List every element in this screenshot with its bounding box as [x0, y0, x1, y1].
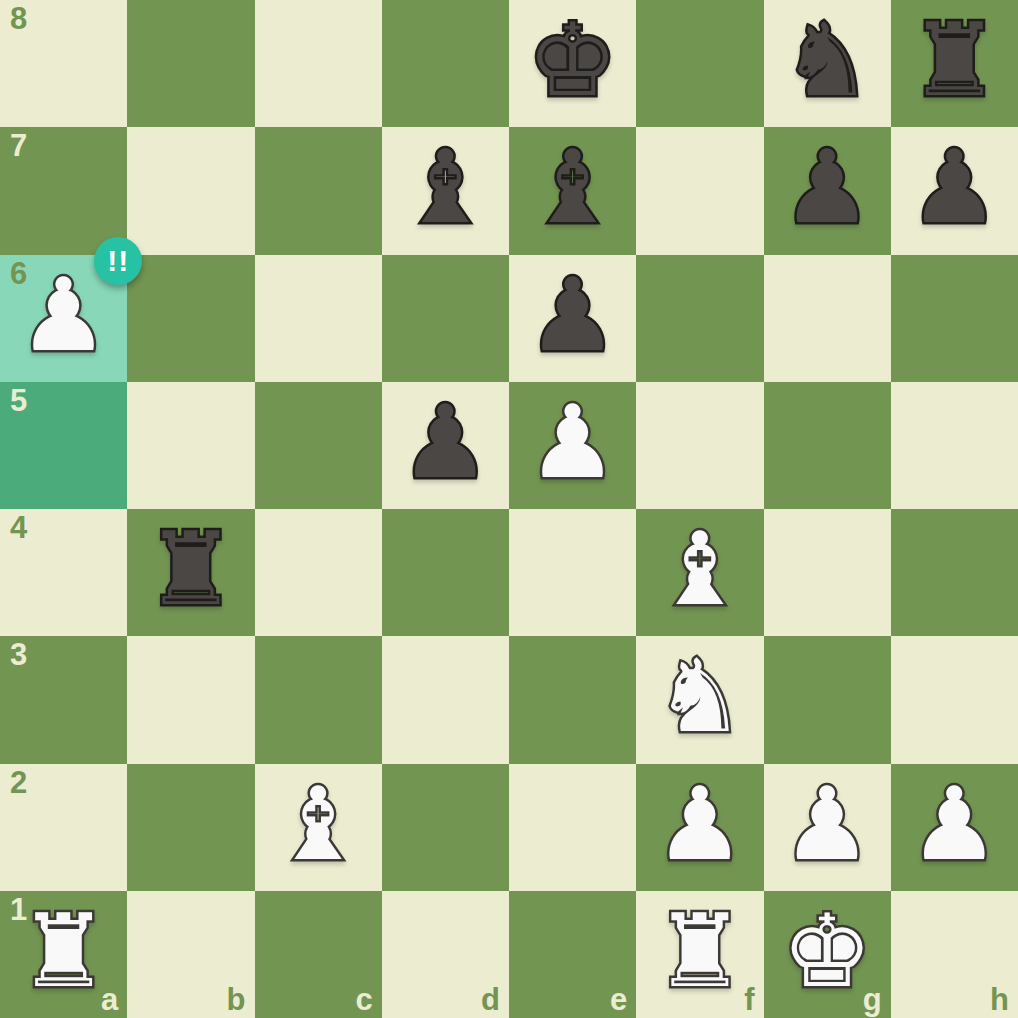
brilliant-move-badge: !! — [94, 237, 142, 285]
square-c5[interactable] — [255, 382, 382, 509]
square-c3[interactable] — [255, 636, 382, 763]
black-king[interactable]: ♚ — [527, 10, 618, 117]
square-g5[interactable] — [764, 382, 891, 509]
square-h4[interactable] — [891, 509, 1018, 636]
square-c7[interactable] — [255, 127, 382, 254]
white-rook[interactable]: ♜ — [18, 901, 109, 1008]
square-g1[interactable]: g♚ — [764, 891, 891, 1018]
square-b5[interactable] — [127, 382, 254, 509]
square-e1[interactable]: e — [509, 891, 636, 1018]
black-pawn[interactable]: ♟ — [782, 137, 873, 244]
square-h6[interactable] — [891, 255, 1018, 382]
white-rook[interactable]: ♜ — [655, 901, 746, 1008]
chess-board: 8♚♞♜7♝♝♟♟6♟!!♟5♟♟4♜♝3♞2♝♟♟♟1a♜bcdef♜g♚h — [0, 0, 1018, 1018]
square-b7[interactable] — [127, 127, 254, 254]
square-a2[interactable]: 2 — [0, 764, 127, 891]
square-g7[interactable]: ♟ — [764, 127, 891, 254]
square-b6[interactable] — [127, 255, 254, 382]
square-b1[interactable]: b — [127, 891, 254, 1018]
rank-label-7: 7 — [10, 130, 27, 161]
rank-label-4: 4 — [10, 512, 27, 543]
square-f6[interactable] — [636, 255, 763, 382]
square-g3[interactable] — [764, 636, 891, 763]
black-pawn[interactable]: ♟ — [527, 265, 618, 372]
square-f2[interactable]: ♟ — [636, 764, 763, 891]
square-c2[interactable]: ♝ — [255, 764, 382, 891]
square-h7[interactable]: ♟ — [891, 127, 1018, 254]
file-label-c: c — [356, 984, 373, 1015]
black-pawn[interactable]: ♟ — [400, 392, 491, 499]
square-h8[interactable]: ♜ — [891, 0, 1018, 127]
square-d5[interactable]: ♟ — [382, 382, 509, 509]
rank-label-2: 2 — [10, 767, 27, 798]
square-f5[interactable] — [636, 382, 763, 509]
white-pawn[interactable]: ♟ — [655, 774, 746, 881]
black-rook[interactable]: ♜ — [146, 519, 237, 626]
square-f1[interactable]: f♜ — [636, 891, 763, 1018]
rank-label-5: 5 — [10, 385, 27, 416]
square-a3[interactable]: 3 — [0, 636, 127, 763]
black-pawn[interactable]: ♟ — [909, 137, 1000, 244]
square-e5[interactable]: ♟ — [509, 382, 636, 509]
square-f3[interactable]: ♞ — [636, 636, 763, 763]
square-d8[interactable] — [382, 0, 509, 127]
square-c6[interactable] — [255, 255, 382, 382]
square-h2[interactable]: ♟ — [891, 764, 1018, 891]
file-label-e: e — [610, 984, 627, 1015]
square-e6[interactable]: ♟ — [509, 255, 636, 382]
square-b4[interactable]: ♜ — [127, 509, 254, 636]
square-b3[interactable] — [127, 636, 254, 763]
square-c1[interactable]: c — [255, 891, 382, 1018]
white-bishop[interactable]: ♝ — [655, 519, 746, 626]
square-f8[interactable] — [636, 0, 763, 127]
square-b8[interactable] — [127, 0, 254, 127]
black-bishop[interactable]: ♝ — [400, 137, 491, 244]
rank-label-8: 8 — [10, 3, 27, 34]
square-a8[interactable]: 8 — [0, 0, 127, 127]
black-rook[interactable]: ♜ — [909, 10, 1000, 117]
square-g2[interactable]: ♟ — [764, 764, 891, 891]
square-g8[interactable]: ♞ — [764, 0, 891, 127]
file-label-f: f — [744, 984, 754, 1015]
square-f4[interactable]: ♝ — [636, 509, 763, 636]
black-bishop[interactable]: ♝ — [527, 137, 618, 244]
square-a5[interactable]: 5 — [0, 382, 127, 509]
white-knight[interactable]: ♞ — [655, 646, 746, 753]
square-d1[interactable]: d — [382, 891, 509, 1018]
square-e4[interactable] — [509, 509, 636, 636]
square-a7[interactable]: 7 — [0, 127, 127, 254]
square-e8[interactable]: ♚ — [509, 0, 636, 127]
square-d4[interactable] — [382, 509, 509, 636]
square-d6[interactable] — [382, 255, 509, 382]
square-h5[interactable] — [891, 382, 1018, 509]
square-d7[interactable]: ♝ — [382, 127, 509, 254]
white-bishop[interactable]: ♝ — [273, 774, 364, 881]
file-label-d: d — [481, 984, 500, 1015]
square-f7[interactable] — [636, 127, 763, 254]
square-d2[interactable] — [382, 764, 509, 891]
square-d3[interactable] — [382, 636, 509, 763]
white-pawn[interactable]: ♟ — [18, 265, 109, 372]
square-a6[interactable]: 6♟!! — [0, 255, 127, 382]
file-label-b: b — [227, 984, 246, 1015]
square-c8[interactable] — [255, 0, 382, 127]
rank-label-3: 3 — [10, 639, 27, 670]
square-e3[interactable] — [509, 636, 636, 763]
square-g6[interactable] — [764, 255, 891, 382]
square-b2[interactable] — [127, 764, 254, 891]
square-g4[interactable] — [764, 509, 891, 636]
square-a4[interactable]: 4 — [0, 509, 127, 636]
square-c4[interactable] — [255, 509, 382, 636]
square-a1[interactable]: 1a♜ — [0, 891, 127, 1018]
white-pawn[interactable]: ♟ — [527, 392, 618, 499]
square-e7[interactable]: ♝ — [509, 127, 636, 254]
square-h3[interactable] — [891, 636, 1018, 763]
square-h1[interactable]: h — [891, 891, 1018, 1018]
white-pawn[interactable]: ♟ — [909, 774, 1000, 881]
white-pawn[interactable]: ♟ — [782, 774, 873, 881]
file-label-h: h — [990, 984, 1009, 1015]
square-e2[interactable] — [509, 764, 636, 891]
black-knight[interactable]: ♞ — [782, 10, 873, 117]
white-king[interactable]: ♚ — [782, 901, 873, 1008]
